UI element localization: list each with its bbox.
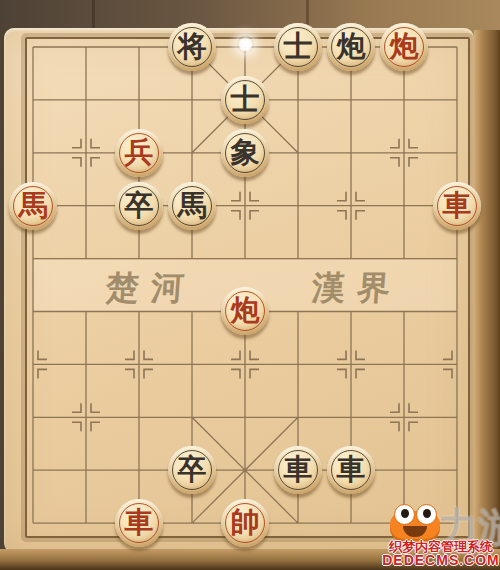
piece-glyph: 士 <box>274 23 322 71</box>
piece-black-advisor[interactable]: 士 <box>221 76 269 124</box>
piece-glyph: 馬 <box>9 182 57 230</box>
piece-glyph: 炮 <box>380 23 428 71</box>
watermark-domain-text: DEDECMS.COM <box>382 552 500 568</box>
piece-black-general[interactable]: 将 <box>168 23 216 71</box>
piece-glyph: 炮 <box>221 287 269 335</box>
piece-glyph: 車 <box>327 446 375 494</box>
watermark: 力游 织梦内容管理系统 DEDECMS.COM <box>382 498 500 570</box>
piece-glyph: 車 <box>274 446 322 494</box>
piece-black-horse[interactable]: 馬 <box>168 182 216 230</box>
piece-black-chariot[interactable]: 車 <box>274 446 322 494</box>
piece-black-chariot[interactable]: 車 <box>327 446 375 494</box>
piece-red-cannon[interactable]: 炮 <box>380 23 428 71</box>
piece-black-cannon[interactable]: 炮 <box>327 23 375 71</box>
piece-glyph: 卒 <box>115 182 163 230</box>
mascot-eye-icon <box>394 504 415 525</box>
piece-red-horse[interactable]: 馬 <box>9 182 57 230</box>
piece-glyph: 馬 <box>168 182 216 230</box>
piece-red-cannon[interactable]: 炮 <box>221 287 269 335</box>
piece-glyph: 士 <box>221 76 269 124</box>
piece-red-chariot[interactable]: 車 <box>433 182 481 230</box>
piece-glyph: 炮 <box>327 23 375 71</box>
liyou-mascot-icon <box>390 504 440 542</box>
piece-black-elephant[interactable]: 象 <box>221 129 269 177</box>
piece-black-soldier[interactable]: 卒 <box>115 182 163 230</box>
xiangqi-board[interactable]: 将士炮炮士兵象馬卒馬車炮卒車車車帥 <box>7 21 484 550</box>
piece-glyph: 象 <box>221 129 269 177</box>
xiangqi-game-screen: 楚河 漢界 将士炮炮士兵象馬卒馬車炮卒車車車帥 力游 织梦内容管理系统 DEDE… <box>0 0 500 570</box>
piece-red-general[interactable]: 帥 <box>221 499 269 547</box>
piece-glyph: 車 <box>433 182 481 230</box>
piece-glyph: 車 <box>115 499 163 547</box>
piece-glyph: 将 <box>168 23 216 71</box>
piece-black-soldier[interactable]: 卒 <box>168 446 216 494</box>
piece-red-soldier[interactable]: 兵 <box>115 129 163 177</box>
mascot-eye-icon <box>416 504 437 525</box>
piece-red-chariot[interactable]: 車 <box>115 499 163 547</box>
piece-glyph: 兵 <box>115 129 163 177</box>
piece-glyph: 帥 <box>221 499 269 547</box>
piece-glyph: 卒 <box>168 446 216 494</box>
highlight-dot <box>237 36 254 53</box>
piece-black-advisor[interactable]: 士 <box>274 23 322 71</box>
